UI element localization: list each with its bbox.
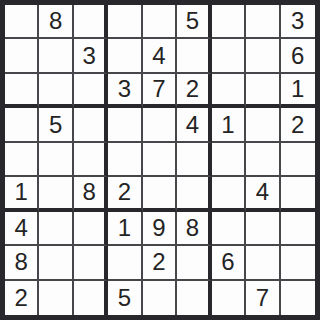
sudoku-cell-given: 8: [74, 177, 108, 211]
sudoku-cell-empty[interactable]: [212, 281, 246, 315]
sudoku-cell-empty[interactable]: [5, 143, 39, 177]
sudoku-cell-empty[interactable]: [246, 39, 280, 73]
sudoku-cell-given: 4: [143, 39, 177, 73]
sudoku-cell-empty[interactable]: [177, 177, 211, 211]
sudoku-cell-empty[interactable]: [246, 108, 280, 142]
sudoku-cell-given: 2: [281, 108, 315, 142]
sudoku-cell-given: 3: [108, 74, 142, 108]
sudoku-cell-empty[interactable]: [74, 143, 108, 177]
sudoku-cell-empty[interactable]: [108, 108, 142, 142]
sudoku-cell-empty[interactable]: [5, 74, 39, 108]
sudoku-cell-empty[interactable]: [143, 108, 177, 142]
sudoku-cell-given: 4: [5, 212, 39, 246]
sudoku-cell-given: 6: [281, 39, 315, 73]
sudoku-cell-given: 6: [212, 246, 246, 280]
sudoku-cell-empty[interactable]: [39, 143, 73, 177]
sudoku-cell-given: 9: [143, 212, 177, 246]
sudoku-cell-empty[interactable]: [5, 39, 39, 73]
sudoku-cell-empty[interactable]: [281, 212, 315, 246]
sudoku-cell-given: 5: [177, 5, 211, 39]
sudoku-cell-given: 8: [39, 5, 73, 39]
sudoku-cell-given: 1: [212, 108, 246, 142]
sudoku-cell-empty[interactable]: [74, 246, 108, 280]
sudoku-cell-empty[interactable]: [143, 5, 177, 39]
sudoku-cell-empty[interactable]: [212, 177, 246, 211]
sudoku-cell-empty[interactable]: [108, 143, 142, 177]
sudoku-cell-empty[interactable]: [5, 108, 39, 142]
sudoku-cell-given: 1: [281, 74, 315, 108]
sudoku-cell-given: 1: [5, 177, 39, 211]
sudoku-board: 8533463721541218244198826257: [0, 0, 320, 320]
sudoku-cell-given: 5: [108, 281, 142, 315]
sudoku-cell-empty[interactable]: [177, 39, 211, 73]
sudoku-cell-empty[interactable]: [281, 177, 315, 211]
sudoku-cell-given: 3: [74, 39, 108, 73]
sudoku-cell-empty[interactable]: [74, 108, 108, 142]
sudoku-cell-empty[interactable]: [246, 143, 280, 177]
sudoku-cell-empty[interactable]: [212, 39, 246, 73]
sudoku-cell-given: 5: [39, 108, 73, 142]
sudoku-cell-given: 1: [108, 212, 142, 246]
sudoku-cell-empty[interactable]: [246, 74, 280, 108]
sudoku-cell-empty[interactable]: [212, 74, 246, 108]
sudoku-cell-given: 3: [281, 5, 315, 39]
sudoku-cell-given: 8: [5, 246, 39, 280]
sudoku-cell-empty[interactable]: [39, 177, 73, 211]
sudoku-cell-empty[interactable]: [281, 281, 315, 315]
sudoku-cell-empty[interactable]: [177, 246, 211, 280]
sudoku-cell-given: 2: [177, 74, 211, 108]
sudoku-cell-empty[interactable]: [74, 5, 108, 39]
sudoku-cell-given: 4: [177, 108, 211, 142]
sudoku-cell-empty[interactable]: [5, 5, 39, 39]
sudoku-cell-empty[interactable]: [74, 74, 108, 108]
sudoku-cell-empty[interactable]: [281, 143, 315, 177]
sudoku-cell-empty[interactable]: [39, 212, 73, 246]
sudoku-cell-given: 7: [143, 74, 177, 108]
sudoku-cell-empty[interactable]: [108, 39, 142, 73]
sudoku-cell-given: 2: [5, 281, 39, 315]
sudoku-cell-empty[interactable]: [108, 246, 142, 280]
sudoku-cell-empty[interactable]: [39, 39, 73, 73]
sudoku-cell-given: 2: [143, 246, 177, 280]
sudoku-cell-empty[interactable]: [74, 281, 108, 315]
sudoku-cell-empty[interactable]: [39, 246, 73, 280]
sudoku-cell-empty[interactable]: [177, 281, 211, 315]
sudoku-cell-empty[interactable]: [212, 5, 246, 39]
sudoku-cell-given: 2: [108, 177, 142, 211]
sudoku-cell-empty[interactable]: [246, 5, 280, 39]
sudoku-cell-empty[interactable]: [143, 143, 177, 177]
sudoku-cell-empty[interactable]: [74, 212, 108, 246]
sudoku-cell-empty[interactable]: [212, 212, 246, 246]
sudoku-cell-empty[interactable]: [281, 246, 315, 280]
sudoku-cell-empty[interactable]: [246, 212, 280, 246]
sudoku-cell-given: 4: [246, 177, 280, 211]
sudoku-cell-empty[interactable]: [108, 5, 142, 39]
sudoku-cell-empty[interactable]: [143, 177, 177, 211]
sudoku-cell-empty[interactable]: [212, 143, 246, 177]
sudoku-cell-empty[interactable]: [39, 281, 73, 315]
sudoku-cell-empty[interactable]: [246, 246, 280, 280]
sudoku-cell-empty[interactable]: [177, 143, 211, 177]
sudoku-cell-given: 7: [246, 281, 280, 315]
sudoku-cell-given: 8: [177, 212, 211, 246]
sudoku-cell-empty[interactable]: [143, 281, 177, 315]
sudoku-cell-empty[interactable]: [39, 74, 73, 108]
